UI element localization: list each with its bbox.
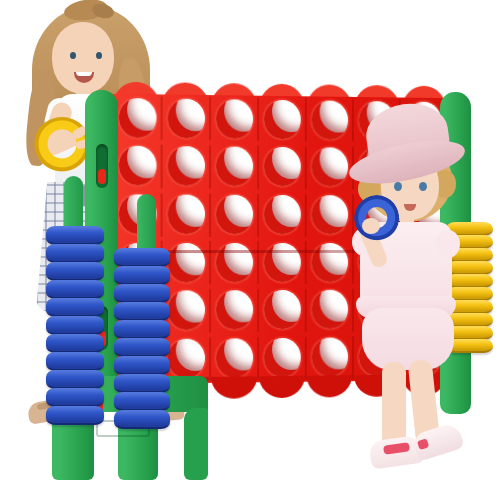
empty-slot — [168, 98, 205, 138]
storage-disc-blue — [114, 284, 170, 303]
empty-slot — [216, 195, 253, 234]
board-cell-r4c3[interactable] — [210, 239, 258, 287]
release-slider-slot[interactable] — [96, 144, 108, 188]
storage-disc-blue — [114, 320, 170, 339]
empty-slot — [264, 195, 301, 234]
storage-disc-blue — [46, 244, 104, 263]
empty-slot — [312, 148, 348, 187]
board-cell-r5c3[interactable] — [210, 287, 258, 335]
board-cell-r1c3[interactable] — [210, 95, 258, 143]
empty-slot — [312, 195, 348, 234]
girl-face — [52, 22, 114, 94]
board-cell-r3c3[interactable] — [210, 191, 258, 239]
empty-slot — [264, 243, 301, 282]
empty-slot — [264, 147, 301, 186]
storage-post — [137, 194, 156, 254]
storage-disc-blue — [46, 406, 104, 425]
empty-slot — [312, 290, 348, 329]
storage-disc-blue — [114, 392, 170, 411]
storage-disc-yellow — [446, 274, 493, 288]
storage-disc-blue — [46, 352, 104, 371]
storage-disc-yellow — [446, 261, 493, 275]
board-cell-r3c2[interactable] — [162, 191, 210, 239]
board-scallop — [259, 376, 305, 399]
storage-disc-blue — [46, 280, 104, 299]
empty-slot — [264, 100, 301, 139]
storage-post — [64, 176, 83, 232]
board-cell-r1c5[interactable] — [306, 96, 353, 144]
board-cell-r4c5[interactable] — [306, 239, 353, 287]
storage-disc-blue — [114, 248, 170, 267]
empty-slot — [168, 147, 205, 187]
empty-slot — [119, 98, 157, 138]
girl-eye — [96, 52, 102, 59]
board-cell-r2c3[interactable] — [210, 143, 258, 191]
frame-left-foot — [184, 408, 208, 480]
empty-slot — [264, 338, 301, 377]
storage-disc-blue — [46, 334, 104, 353]
blue-disc-stack-front — [114, 248, 170, 429]
storage-disc-blue — [114, 374, 170, 393]
board-cell-r2c4[interactable] — [258, 143, 306, 191]
board-cell-r2c2[interactable] — [162, 143, 210, 191]
board-cell-r4c4[interactable] — [258, 239, 306, 287]
board-cell-r3c4[interactable] — [258, 191, 306, 239]
board-cell-r2c5[interactable] — [306, 144, 353, 192]
storage-disc-blue — [46, 226, 104, 245]
storage-disc-blue — [114, 410, 170, 429]
empty-slot — [312, 100, 348, 139]
empty-slot — [216, 291, 253, 330]
toddler-bloomers — [362, 308, 454, 370]
girl-eye — [70, 52, 76, 59]
toddler-sleeve — [436, 230, 460, 258]
storage-disc-blue — [46, 388, 104, 407]
storage-disc-blue — [114, 266, 170, 285]
board-cell-r1c4[interactable] — [258, 96, 306, 144]
toddler-eye — [419, 182, 427, 191]
storage-disc-blue — [114, 338, 170, 357]
storage-disc-blue — [46, 370, 104, 389]
empty-slot — [312, 338, 348, 377]
board-cell-r5c5[interactable] — [306, 286, 353, 334]
empty-slot — [312, 243, 348, 282]
storage-disc-blue — [46, 298, 104, 317]
empty-slot — [168, 195, 205, 234]
product-photo-scene — [0, 0, 500, 500]
board-cell-r1c1[interactable] — [113, 94, 162, 143]
storage-disc-blue — [46, 262, 104, 281]
empty-slot — [264, 290, 301, 329]
board-cell-r3c5[interactable] — [306, 191, 353, 239]
empty-slot — [119, 146, 157, 186]
toddler-eye — [394, 182, 402, 191]
blue-disc-stack-rear — [46, 226, 104, 425]
storage-disc-blue — [114, 302, 170, 321]
board-scallop — [211, 376, 257, 399]
board-cell-r2c1[interactable] — [113, 142, 162, 191]
storage-disc-blue — [114, 356, 170, 375]
empty-slot — [168, 243, 205, 282]
board-cell-r1c2[interactable] — [162, 94, 210, 143]
toddler-hand — [362, 218, 380, 234]
empty-slot — [216, 243, 253, 282]
empty-slot — [168, 339, 205, 379]
board-cell-r5c4[interactable] — [258, 287, 306, 335]
board-scallop — [307, 375, 353, 397]
empty-slot — [216, 99, 253, 139]
empty-slot — [216, 147, 253, 186]
empty-slot — [216, 338, 253, 378]
storage-disc-blue — [46, 316, 104, 335]
empty-slot — [168, 291, 205, 331]
